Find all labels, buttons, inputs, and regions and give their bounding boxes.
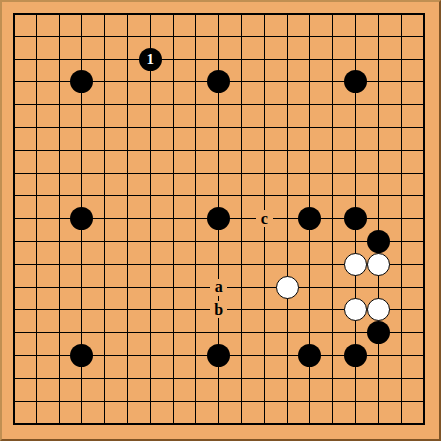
black-stone: [70, 207, 93, 230]
move-number: 1: [147, 51, 155, 66]
white-stone: [367, 298, 390, 321]
black-stone: [344, 207, 367, 230]
black-stone: [70, 344, 93, 367]
black-stone: [344, 70, 367, 93]
black-stone: [367, 230, 390, 253]
black-stone: [70, 70, 93, 93]
black-stone: [298, 207, 321, 230]
point-label-a: a: [210, 279, 227, 296]
black-stone: [344, 344, 367, 367]
black-stone: [298, 344, 321, 367]
black-stone: [367, 321, 390, 344]
black-stone: [207, 344, 230, 367]
black-stone: [207, 70, 230, 93]
white-stone: [276, 276, 299, 299]
white-stone: [344, 298, 367, 321]
go-board: 1cab: [0, 0, 441, 441]
black-stone: [207, 207, 230, 230]
move-1-black-stone: 1: [139, 48, 162, 71]
point-label-b: b: [210, 301, 227, 318]
white-stone: [367, 253, 390, 276]
board-points: 1cab: [2, 2, 435, 435]
white-stone: [344, 253, 367, 276]
point-label-c: c: [256, 210, 273, 227]
